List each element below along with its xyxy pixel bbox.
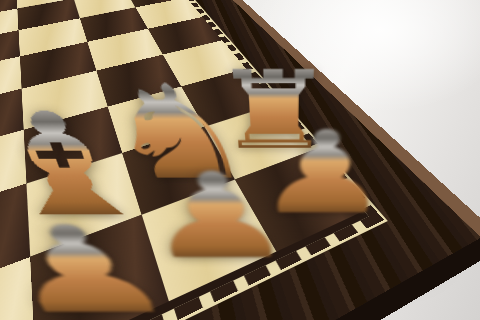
chess-board: ♜♞♝♚♛♝♞♜♟♟♟♟♟♟♟♟♜♞♝♚♛♝♞♜♟♟♟♟♟♟♟♟ [0, 0, 480, 320]
product-photo: ♜♞♝♚♛♝♞♜♟♟♟♟♟♟♟♟♜♞♝♚♛♝♞♜♟♟♟♟♟♟♟♟ [0, 0, 480, 320]
inlay-strip: ♜♞♝♚♛♝♞♜♟♟♟♟♟♟♟♟♜♞♝♚♛♝♞♜♟♟♟♟♟♟♟♟ [0, 0, 388, 320]
inner-frame-gap: ♜♞♝♚♛♝♞♜♟♟♟♟♟♟♟♟♜♞♝♚♛♝♞♜♟♟♟♟♟♟♟♟ [0, 0, 369, 320]
board-frame-apron: ♜♞♝♚♛♝♞♜♟♟♟♟♟♟♟♟♜♞♝♚♛♝♞♜♟♟♟♟♟♟♟♟ [0, 0, 480, 320]
scene: ♜♞♝♚♛♝♞♜♟♟♟♟♟♟♟♟♜♞♝♚♛♝♞♜♟♟♟♟♟♟♟♟ [0, 0, 480, 320]
square-c1: ♟ [30, 215, 169, 320]
board-squares: ♜♞♝♚♛♝♞♜♟♟♟♟♟♟♟♟♜♞♝♚♛♝♞♜♟♟♟♟♟♟♟♟ [0, 0, 358, 320]
dashed-inlay-border: ♜♞♝♚♛♝♞♜♟♟♟♟♟♟♟♟♜♞♝♚♛♝♞♜♟♟♟♟♟♟♟♟ [0, 0, 384, 320]
piece-white-pawn-c1: ♟ [0, 208, 185, 320]
